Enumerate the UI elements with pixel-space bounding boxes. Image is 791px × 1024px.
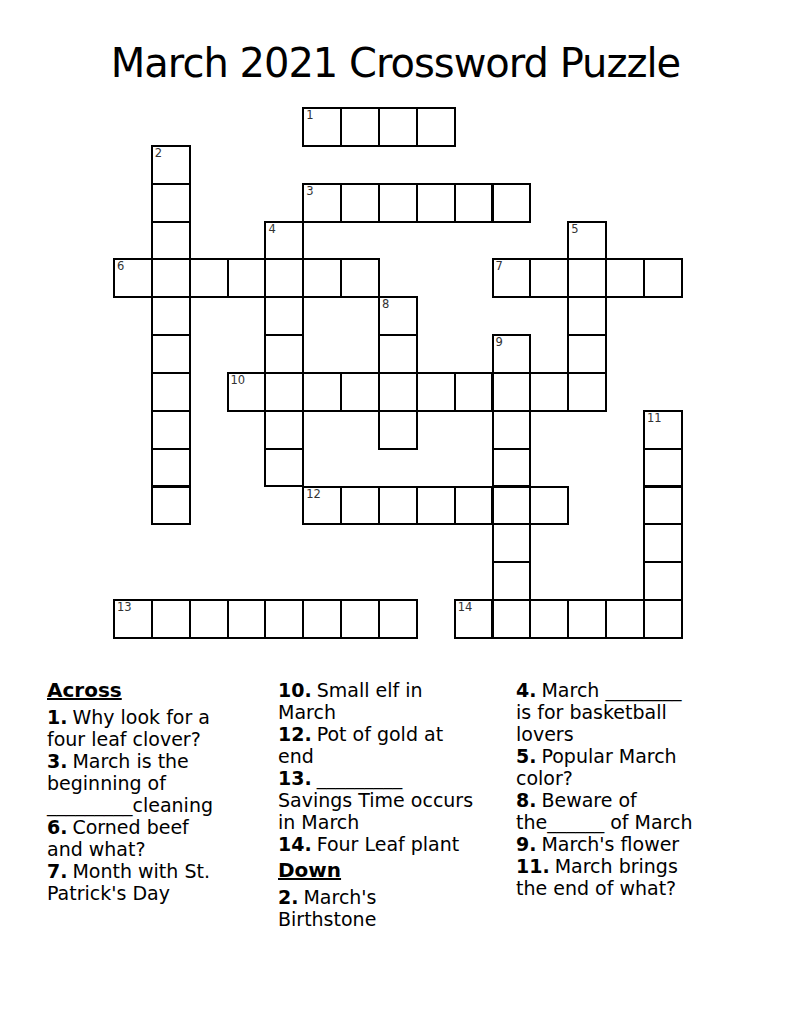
clues-section-header-across: Across bbox=[47, 679, 279, 701]
clue-number: 10. bbox=[278, 679, 312, 701]
clue-number: 11. bbox=[516, 855, 550, 877]
page: March 2021 Crossword Puzzle 123456789101… bbox=[0, 0, 791, 1024]
clue-number: 5. bbox=[516, 745, 536, 767]
clue-9: 9.March's flower bbox=[516, 833, 748, 855]
clue-text: March is the beginning of _________clean… bbox=[47, 750, 213, 816]
clue-4: 4.March ________ is for basketball lover… bbox=[516, 679, 748, 745]
clue-number: 1. bbox=[47, 706, 67, 728]
clue-column-across: Across1.Why look for a four leaf clover?… bbox=[47, 679, 279, 904]
clue-text: Corned beef and what? bbox=[47, 816, 189, 860]
clue-6: 6.Corned beef and what? bbox=[47, 816, 279, 860]
clue-10: 10.Small elf in March bbox=[278, 679, 510, 723]
clues-panel: Across1.Why look for a four leaf clover?… bbox=[0, 0, 791, 1024]
clue-number: 13. bbox=[278, 767, 312, 789]
clue-5: 5.Popular March color? bbox=[516, 745, 748, 789]
clue-3: 3.March is the beginning of _________cle… bbox=[47, 750, 279, 816]
clue-text: Four Leaf plant bbox=[317, 833, 460, 855]
clue-number: 6. bbox=[47, 816, 67, 838]
clue-text: Month with St. Patrick's Day bbox=[47, 860, 210, 904]
clues-section-header-down: Down bbox=[278, 859, 510, 881]
clue-text: Beware of the______ of March bbox=[516, 789, 693, 833]
clue-7: 7.Month with St. Patrick's Day bbox=[47, 860, 279, 904]
clue-number: 12. bbox=[278, 723, 312, 745]
clue-number: 3. bbox=[47, 750, 67, 772]
clue-number: 9. bbox=[516, 833, 536, 855]
clue-1: 1.Why look for a four leaf clover? bbox=[47, 706, 279, 750]
clue-number: 2. bbox=[278, 886, 298, 908]
clue-12: 12.Pot of gold at end bbox=[278, 723, 510, 767]
clue-number: 4. bbox=[516, 679, 536, 701]
clue-number: 14. bbox=[278, 833, 312, 855]
clue-text: March's flower bbox=[541, 833, 679, 855]
clue-number: 7. bbox=[47, 860, 67, 882]
clue-column-down: 4.March ________ is for basketball lover… bbox=[516, 679, 748, 899]
clue-13: 13._________ Savings Time occurs in Marc… bbox=[278, 767, 510, 833]
clue-text: March ________ is for basketball lovers bbox=[516, 679, 681, 745]
clue-column-middle: 10.Small elf in March12.Pot of gold at e… bbox=[278, 679, 510, 930]
clue-11: 11.March brings the end of what? bbox=[516, 855, 748, 899]
clue-text: Why look for a four leaf clover? bbox=[47, 706, 210, 750]
clue-number: 8. bbox=[516, 789, 536, 811]
clue-14: 14.Four Leaf plant bbox=[278, 833, 510, 855]
clue-text: Popular March color? bbox=[516, 745, 677, 789]
clue-2: 2.March's Birthstone bbox=[278, 886, 510, 930]
clue-8: 8.Beware of the______ of March bbox=[516, 789, 748, 833]
